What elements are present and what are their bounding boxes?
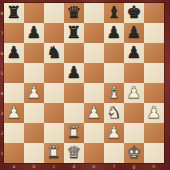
square-c8[interactable] [44,3,64,23]
square-d7[interactable]: ♜ [64,23,84,43]
piece-black-bishop[interactable]: ♝ [107,3,122,23]
square-e7[interactable] [84,23,104,43]
piece-white-queen[interactable]: ♛ [67,143,82,163]
square-c4[interactable] [44,83,64,103]
piece-white-rook[interactable]: ♜ [47,143,62,163]
piece-white-rook[interactable]: ♜ [67,123,82,143]
square-h8[interactable] [144,3,164,23]
square-b1[interactable] [24,143,44,163]
file-label-c: c [44,163,64,170]
square-a1[interactable] [4,143,24,163]
piece-white-pawn[interactable]: ♟ [7,103,22,123]
square-a6[interactable]: ♟ [4,43,24,63]
rank-label-7: 7 [0,23,4,43]
rank-label-8: 8 [0,3,4,23]
rank-label-6: 6 [0,43,4,63]
rank-label-1: 1 [0,143,4,163]
piece-white-king[interactable]: ♚ [127,143,142,163]
square-f8[interactable]: ♝ [104,3,124,23]
piece-white-bishop[interactable]: ♝ [107,83,122,103]
square-d3[interactable] [64,103,84,123]
square-c5[interactable] [44,63,64,83]
square-d5[interactable]: ♟ [64,63,84,83]
piece-white-pawn[interactable]: ♟ [127,83,142,103]
square-b8[interactable] [24,3,44,23]
piece-black-pawn[interactable]: ♟ [27,23,42,43]
file-label-d: d [64,163,84,170]
square-h5[interactable] [144,63,164,83]
square-b5[interactable] [24,63,44,83]
square-g6[interactable]: ♟ [124,43,144,63]
square-f2[interactable]: ♟ [104,123,124,143]
piece-black-knight[interactable]: ♞ [47,43,62,63]
chess-board: ♜♛♝♚♟♜♟♟♟♞♟♟♟♝♟♟♟♞♟♜♟♜♛♚ [4,3,164,163]
square-d2[interactable]: ♜ [64,123,84,143]
square-e8[interactable] [84,3,104,23]
piece-white-pawn[interactable]: ♟ [27,83,42,103]
piece-white-pawn[interactable]: ♟ [87,103,102,123]
square-a3[interactable]: ♟ [4,103,24,123]
rank-label-2: 2 [0,123,4,143]
square-g3[interactable] [124,103,144,123]
square-d4[interactable] [64,83,84,103]
square-h3[interactable]: ♟ [144,103,164,123]
file-label-a: a [4,163,24,170]
square-d1[interactable]: ♛ [64,143,84,163]
square-c2[interactable] [44,123,64,143]
piece-black-pawn[interactable]: ♟ [127,43,142,63]
square-c1[interactable]: ♜ [44,143,64,163]
square-h7[interactable] [144,23,164,43]
piece-black-rook[interactable]: ♜ [67,23,82,43]
file-label-f: f [104,163,124,170]
piece-black-pawn[interactable]: ♟ [127,23,142,43]
rank-label-4: 4 [0,83,4,103]
square-b3[interactable] [24,103,44,123]
square-b2[interactable] [24,123,44,143]
square-a7[interactable] [4,23,24,43]
square-f6[interactable] [104,43,124,63]
square-f3[interactable]: ♞ [104,103,124,123]
piece-white-pawn[interactable]: ♟ [107,123,122,143]
file-label-b: b [24,163,44,170]
square-g8[interactable]: ♚ [124,3,144,23]
square-e3[interactable]: ♟ [84,103,104,123]
square-d8[interactable]: ♛ [64,3,84,23]
square-h4[interactable] [144,83,164,103]
piece-black-rook[interactable]: ♜ [7,3,22,23]
square-f7[interactable]: ♟ [104,23,124,43]
square-g5[interactable] [124,63,144,83]
board-frame: ♜♛♝♚♟♜♟♟♟♞♟♟♟♝♟♟♟♞♟♜♟♜♛♚ 87654321 abcdef… [0,0,170,170]
piece-black-queen[interactable]: ♛ [67,3,82,23]
rank-label-3: 3 [0,103,4,123]
square-h6[interactable] [144,43,164,63]
square-g1[interactable]: ♚ [124,143,144,163]
square-h2[interactable] [144,123,164,143]
file-label-h: h [144,163,164,170]
square-f5[interactable] [104,63,124,83]
square-g2[interactable] [124,123,144,143]
square-e2[interactable] [84,123,104,143]
rank-label-5: 5 [0,63,4,83]
square-g7[interactable]: ♟ [124,23,144,43]
piece-white-knight[interactable]: ♞ [107,103,122,123]
square-e6[interactable] [84,43,104,63]
square-a4[interactable] [4,83,24,103]
square-a8[interactable]: ♜ [4,3,24,23]
square-e4[interactable] [84,83,104,103]
piece-black-pawn[interactable]: ♟ [107,23,122,43]
square-d6[interactable] [64,43,84,63]
square-b4[interactable]: ♟ [24,83,44,103]
square-b6[interactable] [24,43,44,63]
file-label-e: e [84,163,104,170]
piece-black-king[interactable]: ♚ [127,3,142,23]
square-f4[interactable]: ♝ [104,83,124,103]
square-f1[interactable] [104,143,124,163]
square-g4[interactable]: ♟ [124,83,144,103]
square-e1[interactable] [84,143,104,163]
square-c6[interactable]: ♞ [44,43,64,63]
square-e5[interactable] [84,63,104,83]
square-a5[interactable] [4,63,24,83]
file-label-g: g [124,163,144,170]
square-b7[interactable]: ♟ [24,23,44,43]
piece-black-pawn[interactable]: ♟ [7,43,22,63]
piece-white-pawn[interactable]: ♟ [147,103,162,123]
square-h1[interactable] [144,143,164,163]
square-a2[interactable] [4,123,24,143]
square-c3[interactable] [44,103,64,123]
square-c7[interactable] [44,23,64,43]
piece-black-pawn[interactable]: ♟ [67,63,82,83]
